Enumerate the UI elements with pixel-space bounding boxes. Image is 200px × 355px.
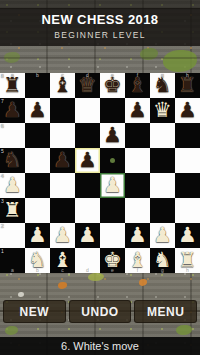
black-pawn: ♟ bbox=[50, 148, 75, 173]
black-pawn: ♟ bbox=[175, 98, 200, 123]
controls-bar: NEW UNDO MENU bbox=[3, 300, 197, 323]
white-pawn: ♟ bbox=[150, 223, 175, 248]
black-bishop: ♝ bbox=[50, 73, 75, 98]
square-e4[interactable]: ♟ bbox=[100, 173, 125, 198]
square-b6[interactable] bbox=[25, 123, 50, 148]
square-b4[interactable] bbox=[25, 173, 50, 198]
square-b7[interactable]: ♟ bbox=[25, 98, 50, 123]
white-bishop: ♝ bbox=[50, 248, 75, 273]
leaf-decoration bbox=[18, 292, 24, 297]
square-b3[interactable] bbox=[25, 198, 50, 223]
square-e5[interactable] bbox=[100, 148, 125, 173]
level-label: BEGINNER LEVEL bbox=[0, 30, 200, 41]
square-c5[interactable]: ♟ bbox=[50, 148, 75, 173]
new-button[interactable]: NEW bbox=[3, 300, 66, 323]
white-king: ♚ bbox=[100, 248, 125, 273]
status-bar: 6. White's move bbox=[0, 337, 200, 355]
square-d8[interactable]: ♛ bbox=[75, 73, 100, 98]
square-e3[interactable] bbox=[100, 198, 125, 223]
white-rook: ♜ bbox=[175, 248, 200, 273]
square-g3[interactable] bbox=[150, 198, 175, 223]
square-d4[interactable] bbox=[75, 173, 100, 198]
black-pawn: ♟ bbox=[75, 148, 100, 173]
square-g4[interactable] bbox=[150, 173, 175, 198]
black-rook: ♜ bbox=[175, 73, 200, 98]
square-d3[interactable] bbox=[75, 198, 100, 223]
square-a7[interactable]: ♟ bbox=[0, 98, 25, 123]
square-g1[interactable]: ♞ bbox=[150, 248, 175, 273]
square-e7[interactable] bbox=[100, 98, 125, 123]
square-f7[interactable]: ♟ bbox=[125, 98, 150, 123]
square-h7[interactable]: ♟ bbox=[175, 98, 200, 123]
square-a8[interactable]: ♜ bbox=[0, 73, 25, 98]
square-b2[interactable]: ♟ bbox=[25, 223, 50, 248]
square-c1[interactable]: ♝ bbox=[50, 248, 75, 273]
app-screen: NEW CHESS 2018 BEGINNER LEVEL ♜♝♛♚♝♞♜♟♟♟… bbox=[0, 0, 200, 355]
square-e2[interactable] bbox=[100, 223, 125, 248]
leaf-decoration bbox=[163, 50, 197, 72]
white-pawn: ♟ bbox=[25, 223, 50, 248]
white-rook: ♜ bbox=[0, 198, 25, 223]
square-g8[interactable]: ♞ bbox=[150, 73, 175, 98]
square-c3[interactable] bbox=[50, 198, 75, 223]
black-pawn: ♟ bbox=[0, 98, 25, 123]
black-queen: ♛ bbox=[75, 73, 100, 98]
square-g6[interactable] bbox=[150, 123, 175, 148]
white-pawn: ♟ bbox=[125, 223, 150, 248]
square-g5[interactable] bbox=[150, 148, 175, 173]
square-d7[interactable] bbox=[75, 98, 100, 123]
square-b8[interactable] bbox=[25, 73, 50, 98]
square-a4[interactable]: ♟ bbox=[0, 173, 25, 198]
wood-seam bbox=[0, 57, 200, 59]
leaf-decoration bbox=[139, 279, 147, 286]
square-f8[interactable]: ♝ bbox=[125, 73, 150, 98]
square-c4[interactable] bbox=[50, 173, 75, 198]
square-d5[interactable]: ♟ bbox=[75, 148, 100, 173]
black-pawn: ♟ bbox=[100, 123, 125, 148]
square-c2[interactable]: ♟ bbox=[50, 223, 75, 248]
square-h5[interactable] bbox=[175, 148, 200, 173]
black-knight: ♞ bbox=[0, 148, 25, 173]
white-pawn: ♟ bbox=[0, 173, 25, 198]
leaf-decoration bbox=[176, 325, 192, 335]
move-hint-dot bbox=[110, 158, 115, 163]
white-pawn: ♟ bbox=[75, 223, 100, 248]
black-pawn: ♟ bbox=[125, 98, 150, 123]
square-h3[interactable] bbox=[175, 198, 200, 223]
white-bishop: ♝ bbox=[125, 248, 150, 273]
black-bishop: ♝ bbox=[125, 73, 150, 98]
square-e1[interactable]: ♚ bbox=[100, 248, 125, 273]
square-d1[interactable] bbox=[75, 248, 100, 273]
white-knight: ♞ bbox=[25, 248, 50, 273]
square-g2[interactable]: ♟ bbox=[150, 223, 175, 248]
square-a5[interactable]: ♞ bbox=[0, 148, 25, 173]
square-f3[interactable] bbox=[125, 198, 150, 223]
square-g7[interactable]: ♛ bbox=[150, 98, 175, 123]
black-rook: ♜ bbox=[0, 73, 25, 98]
square-f6[interactable] bbox=[125, 123, 150, 148]
white-knight: ♞ bbox=[150, 248, 175, 273]
white-queen: ♛ bbox=[150, 98, 175, 123]
square-h8[interactable]: ♜ bbox=[175, 73, 200, 98]
square-f1[interactable]: ♝ bbox=[125, 248, 150, 273]
square-f4[interactable] bbox=[125, 173, 150, 198]
square-d6[interactable] bbox=[75, 123, 100, 148]
square-a6[interactable] bbox=[0, 123, 25, 148]
square-f5[interactable] bbox=[125, 148, 150, 173]
square-b1[interactable]: ♞ bbox=[25, 248, 50, 273]
leaf-decoration bbox=[5, 326, 18, 335]
square-h2[interactable]: ♟ bbox=[175, 223, 200, 248]
square-a1[interactable] bbox=[0, 248, 25, 273]
square-h4[interactable] bbox=[175, 173, 200, 198]
square-h6[interactable] bbox=[175, 123, 200, 148]
leaf-decoration bbox=[88, 273, 104, 281]
square-c6[interactable] bbox=[50, 123, 75, 148]
square-c7[interactable] bbox=[50, 98, 75, 123]
square-a2[interactable] bbox=[0, 223, 25, 248]
undo-button[interactable]: UNDO bbox=[69, 300, 132, 323]
square-b5[interactable] bbox=[25, 148, 50, 173]
square-d2[interactable]: ♟ bbox=[75, 223, 100, 248]
status-text: 6. White's move bbox=[61, 340, 139, 352]
title-bar: NEW CHESS 2018 BEGINNER LEVEL bbox=[0, 8, 200, 46]
white-pawn: ♟ bbox=[100, 173, 125, 198]
square-c8[interactable]: ♝ bbox=[50, 73, 75, 98]
black-king: ♚ bbox=[100, 73, 125, 98]
square-f2[interactable]: ♟ bbox=[125, 223, 150, 248]
board: ♜♝♛♚♝♞♜♟♟♟♛♟♟♞♟♟♟♟♜♟♟♟♟♟♟♞♝♚♝♞♜aabbccdde… bbox=[0, 73, 200, 273]
white-pawn: ♟ bbox=[175, 223, 200, 248]
square-h1[interactable]: ♜ bbox=[175, 248, 200, 273]
square-e8[interactable]: ♚ bbox=[100, 73, 125, 98]
square-e6[interactable]: ♟ bbox=[100, 123, 125, 148]
black-pawn: ♟ bbox=[25, 98, 50, 123]
white-pawn: ♟ bbox=[50, 223, 75, 248]
black-knight: ♞ bbox=[150, 73, 175, 98]
menu-button[interactable]: MENU bbox=[134, 300, 197, 323]
leaf-decoration bbox=[58, 282, 67, 289]
square-a3[interactable]: ♜ bbox=[0, 198, 25, 223]
app-title: NEW CHESS 2018 bbox=[0, 12, 200, 28]
